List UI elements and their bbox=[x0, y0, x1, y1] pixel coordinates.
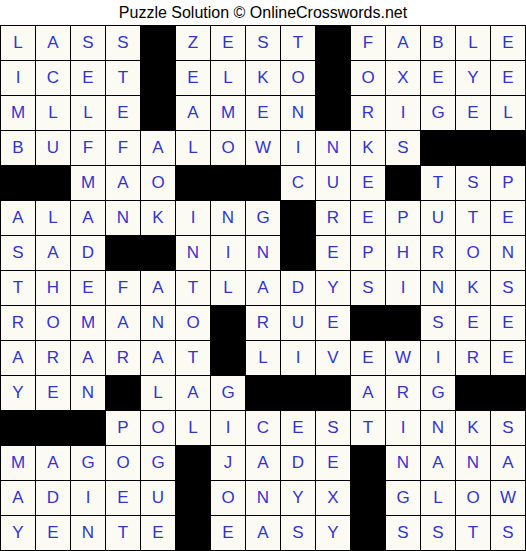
letter-cell-r15c12: S bbox=[386, 516, 420, 550]
block-cell-r12c2 bbox=[36, 411, 70, 445]
block-cell-r14c11 bbox=[351, 481, 385, 515]
letter-cell-r2c15: E bbox=[491, 61, 525, 95]
letter-cell-r8c11: S bbox=[351, 271, 385, 305]
letter-cell-r12c10: S bbox=[316, 411, 350, 445]
letter-cell-r8c12: I bbox=[386, 271, 420, 305]
letter-cell-r12c7: I bbox=[211, 411, 245, 445]
crossword-board: LASSZESTFABLEICETELKOOXEYEMLLEAMENRIGELB… bbox=[0, 25, 526, 551]
block-cell-r11c14 bbox=[456, 376, 490, 410]
letter-cell-r9c5: N bbox=[141, 306, 175, 340]
block-cell-r4c13 bbox=[421, 131, 455, 165]
block-cell-r4c14 bbox=[456, 131, 490, 165]
letter-cell-r1c14: L bbox=[456, 26, 490, 60]
letter-cell-r15c10: Y bbox=[316, 516, 350, 550]
block-cell-r5c2 bbox=[36, 166, 70, 200]
letter-cell-r4c10: N bbox=[316, 131, 350, 165]
letter-cell-r5c14: S bbox=[456, 166, 490, 200]
letter-cell-r2c3: E bbox=[71, 61, 105, 95]
letter-cell-r13c10: E bbox=[316, 446, 350, 480]
block-cell-r5c1 bbox=[1, 166, 35, 200]
letter-cell-r8c7: L bbox=[211, 271, 245, 305]
letter-cell-r1c9: T bbox=[281, 26, 315, 60]
block-cell-r10c7 bbox=[211, 341, 245, 375]
block-cell-r1c10 bbox=[316, 26, 350, 60]
letter-cell-r14c12: G bbox=[386, 481, 420, 515]
letter-cell-r8c14: K bbox=[456, 271, 490, 305]
letter-cell-r9c15: E bbox=[491, 306, 525, 340]
letter-cell-r12c8: C bbox=[246, 411, 280, 445]
letter-cell-r8c5: A bbox=[141, 271, 175, 305]
letter-cell-r14c14: O bbox=[456, 481, 490, 515]
letter-cell-r2c7: L bbox=[211, 61, 245, 95]
letter-cell-r1c12: A bbox=[386, 26, 420, 60]
letter-cell-r7c13: R bbox=[421, 236, 455, 270]
letter-cell-r1c3: S bbox=[71, 26, 105, 60]
block-cell-r12c3 bbox=[71, 411, 105, 445]
letter-cell-r7c15: N bbox=[491, 236, 525, 270]
letter-cell-r13c4: O bbox=[106, 446, 140, 480]
letter-cell-r9c9: U bbox=[281, 306, 315, 340]
letter-cell-r13c13: A bbox=[421, 446, 455, 480]
letter-cell-r6c4: N bbox=[106, 201, 140, 235]
letter-cell-r5c4: A bbox=[106, 166, 140, 200]
letter-cell-r8c3: E bbox=[71, 271, 105, 305]
letter-cell-r3c15: L bbox=[491, 96, 525, 130]
block-cell-r11c9 bbox=[281, 376, 315, 410]
letter-cell-r5c5: O bbox=[141, 166, 175, 200]
letter-cell-r11c11: A bbox=[351, 376, 385, 410]
letter-cell-r1c13: B bbox=[421, 26, 455, 60]
letter-cell-r12c5: O bbox=[141, 411, 175, 445]
letter-cell-r13c9: D bbox=[281, 446, 315, 480]
letter-cell-r15c8: A bbox=[246, 516, 280, 550]
letter-cell-r6c3: A bbox=[71, 201, 105, 235]
letter-cell-r9c4: A bbox=[106, 306, 140, 340]
letter-cell-r5c3: M bbox=[71, 166, 105, 200]
letter-cell-r3c13: G bbox=[421, 96, 455, 130]
letter-cell-r10c12: W bbox=[386, 341, 420, 375]
letter-cell-r14c2: D bbox=[36, 481, 70, 515]
block-cell-r11c8 bbox=[246, 376, 280, 410]
letter-cell-r3c8: E bbox=[246, 96, 280, 130]
letter-cell-r9c1: R bbox=[1, 306, 35, 340]
letter-cell-r6c8: G bbox=[246, 201, 280, 235]
letter-cell-r8c4: F bbox=[106, 271, 140, 305]
letter-cell-r5c13: T bbox=[421, 166, 455, 200]
letter-cell-r6c1: A bbox=[1, 201, 35, 235]
letter-cell-r15c13: S bbox=[421, 516, 455, 550]
letter-cell-r7c3: D bbox=[71, 236, 105, 270]
letter-cell-r10c15: E bbox=[491, 341, 525, 375]
letter-cell-r6c14: T bbox=[456, 201, 490, 235]
letter-cell-r1c8: S bbox=[246, 26, 280, 60]
letter-cell-r5c15: P bbox=[491, 166, 525, 200]
letter-cell-r10c8: L bbox=[246, 341, 280, 375]
block-cell-r11c10 bbox=[316, 376, 350, 410]
letter-cell-r7c1: S bbox=[1, 236, 35, 270]
letter-cell-r7c7: I bbox=[211, 236, 245, 270]
letter-cell-r4c5: A bbox=[141, 131, 175, 165]
letter-cell-r11c5: L bbox=[141, 376, 175, 410]
letter-cell-r8c10: Y bbox=[316, 271, 350, 305]
block-cell-r5c8 bbox=[246, 166, 280, 200]
letter-cell-r6c12: P bbox=[386, 201, 420, 235]
letter-cell-r10c4: R bbox=[106, 341, 140, 375]
letter-cell-r15c4: T bbox=[106, 516, 140, 550]
letter-cell-r6c10: R bbox=[316, 201, 350, 235]
letter-cell-r4c3: F bbox=[71, 131, 105, 165]
block-cell-r5c6 bbox=[176, 166, 210, 200]
letter-cell-r3c3: L bbox=[71, 96, 105, 130]
letter-cell-r3c1: M bbox=[1, 96, 35, 130]
letter-cell-r4c7: O bbox=[211, 131, 245, 165]
block-cell-r14c6 bbox=[176, 481, 210, 515]
letter-cell-r15c9: S bbox=[281, 516, 315, 550]
letter-cell-r14c1: A bbox=[1, 481, 35, 515]
letter-cell-r4c12: S bbox=[386, 131, 420, 165]
block-cell-r5c7 bbox=[211, 166, 245, 200]
letter-cell-r9c3: M bbox=[71, 306, 105, 340]
letter-cell-r1c15: E bbox=[491, 26, 525, 60]
block-cell-r1c5 bbox=[141, 26, 175, 60]
letter-cell-r13c1: M bbox=[1, 446, 35, 480]
letter-cell-r12c14: K bbox=[456, 411, 490, 445]
letter-cell-r10c11: E bbox=[351, 341, 385, 375]
letter-cell-r10c10: V bbox=[316, 341, 350, 375]
letter-cell-r15c15: S bbox=[491, 516, 525, 550]
block-cell-r2c10 bbox=[316, 61, 350, 95]
letter-cell-r4c8: W bbox=[246, 131, 280, 165]
letter-cell-r10c3: A bbox=[71, 341, 105, 375]
letter-cell-r3c9: N bbox=[281, 96, 315, 130]
letter-cell-r2c12: X bbox=[386, 61, 420, 95]
letter-cell-r3c14: E bbox=[456, 96, 490, 130]
block-cell-r7c9 bbox=[281, 236, 315, 270]
letter-cell-r7c12: H bbox=[386, 236, 420, 270]
letter-cell-r5c11: E bbox=[351, 166, 385, 200]
block-cell-r11c4 bbox=[106, 376, 140, 410]
letter-cell-r4c9: I bbox=[281, 131, 315, 165]
letter-cell-r2c2: C bbox=[36, 61, 70, 95]
letter-cell-r2c13: E bbox=[421, 61, 455, 95]
letter-cell-r1c6: Z bbox=[176, 26, 210, 60]
letter-cell-r15c1: Y bbox=[1, 516, 35, 550]
letter-cell-r2c9: O bbox=[281, 61, 315, 95]
letter-cell-r1c7: E bbox=[211, 26, 245, 60]
block-cell-r13c11 bbox=[351, 446, 385, 480]
block-cell-r15c6 bbox=[176, 516, 210, 550]
letter-cell-r14c3: I bbox=[71, 481, 105, 515]
letter-cell-r3c2: L bbox=[36, 96, 70, 130]
letter-cell-r9c13: S bbox=[421, 306, 455, 340]
letter-cell-r7c11: P bbox=[351, 236, 385, 270]
letter-cell-r13c5: G bbox=[141, 446, 175, 480]
letter-cell-r2c8: K bbox=[246, 61, 280, 95]
letter-cell-r7c6: N bbox=[176, 236, 210, 270]
letter-cell-r14c7: O bbox=[211, 481, 245, 515]
letter-cell-r2c11: O bbox=[351, 61, 385, 95]
letter-cell-r14c15: W bbox=[491, 481, 525, 515]
letter-cell-r13c15: A bbox=[491, 446, 525, 480]
block-cell-r3c5 bbox=[141, 96, 175, 130]
block-cell-r7c4 bbox=[106, 236, 140, 270]
block-cell-r2c5 bbox=[141, 61, 175, 95]
letter-cell-r8c2: H bbox=[36, 271, 70, 305]
letter-cell-r1c11: F bbox=[351, 26, 385, 60]
letter-cell-r10c1: A bbox=[1, 341, 35, 375]
letter-cell-r11c2: E bbox=[36, 376, 70, 410]
block-cell-r9c12 bbox=[386, 306, 420, 340]
letter-cell-r12c15: S bbox=[491, 411, 525, 445]
letter-cell-r13c14: N bbox=[456, 446, 490, 480]
block-cell-r6c9 bbox=[281, 201, 315, 235]
block-cell-r9c7 bbox=[211, 306, 245, 340]
block-cell-r15c11 bbox=[351, 516, 385, 550]
letter-cell-r7c8: N bbox=[246, 236, 280, 270]
letter-cell-r13c12: N bbox=[386, 446, 420, 480]
letter-cell-r6c7: N bbox=[211, 201, 245, 235]
letter-cell-r6c11: E bbox=[351, 201, 385, 235]
letter-cell-r1c4: S bbox=[106, 26, 140, 60]
letter-cell-r14c13: L bbox=[421, 481, 455, 515]
letter-cell-r5c10: U bbox=[316, 166, 350, 200]
letter-cell-r4c1: B bbox=[1, 131, 35, 165]
letter-cell-r6c6: I bbox=[176, 201, 210, 235]
letter-cell-r9c8: R bbox=[246, 306, 280, 340]
letter-cell-r3c7: M bbox=[211, 96, 245, 130]
letter-cell-r6c15: E bbox=[491, 201, 525, 235]
letter-cell-r13c3: G bbox=[71, 446, 105, 480]
letter-cell-r11c3: N bbox=[71, 376, 105, 410]
letter-cell-r15c5: E bbox=[141, 516, 175, 550]
letter-cell-r6c2: L bbox=[36, 201, 70, 235]
letter-cell-r10c14: R bbox=[456, 341, 490, 375]
letter-cell-r9c2: O bbox=[36, 306, 70, 340]
letter-cell-r3c4: E bbox=[106, 96, 140, 130]
letter-cell-r2c14: Y bbox=[456, 61, 490, 95]
block-cell-r3c10 bbox=[316, 96, 350, 130]
block-cell-r13c6 bbox=[176, 446, 210, 480]
letter-cell-r8c13: N bbox=[421, 271, 455, 305]
letter-cell-r3c6: A bbox=[176, 96, 210, 130]
letter-cell-r10c13: I bbox=[421, 341, 455, 375]
letter-cell-r10c6: T bbox=[176, 341, 210, 375]
letter-cell-r14c8: N bbox=[246, 481, 280, 515]
letter-cell-r12c9: E bbox=[281, 411, 315, 445]
letter-cell-r2c1: I bbox=[1, 61, 35, 95]
letter-cell-r6c13: U bbox=[421, 201, 455, 235]
letter-cell-r2c6: E bbox=[176, 61, 210, 95]
letter-cell-r3c12: I bbox=[386, 96, 420, 130]
letter-cell-r8c15: S bbox=[491, 271, 525, 305]
block-cell-r9c11 bbox=[351, 306, 385, 340]
letter-cell-r10c2: R bbox=[36, 341, 70, 375]
block-cell-r7c5 bbox=[141, 236, 175, 270]
letter-cell-r14c10: X bbox=[316, 481, 350, 515]
letter-cell-r12c13: N bbox=[421, 411, 455, 445]
letter-cell-r7c10: E bbox=[316, 236, 350, 270]
letter-cell-r14c5: U bbox=[141, 481, 175, 515]
letter-cell-r6c5: K bbox=[141, 201, 175, 235]
letter-cell-r7c14: O bbox=[456, 236, 490, 270]
letter-cell-r1c1: L bbox=[1, 26, 35, 60]
block-cell-r4c15 bbox=[491, 131, 525, 165]
letter-cell-r7c2: A bbox=[36, 236, 70, 270]
letter-cell-r13c7: J bbox=[211, 446, 245, 480]
letter-cell-r12c4: P bbox=[106, 411, 140, 445]
letter-cell-r10c5: A bbox=[141, 341, 175, 375]
letter-cell-r4c11: K bbox=[351, 131, 385, 165]
letter-cell-r14c4: E bbox=[106, 481, 140, 515]
letter-cell-r3c11: R bbox=[351, 96, 385, 130]
letter-cell-r11c1: Y bbox=[1, 376, 35, 410]
page-title: Puzzle Solution © OnlineCrosswords.net bbox=[0, 0, 526, 25]
letter-cell-r8c8: A bbox=[246, 271, 280, 305]
letter-cell-r8c9: D bbox=[281, 271, 315, 305]
letter-cell-r15c3: N bbox=[71, 516, 105, 550]
letter-cell-r12c6: L bbox=[176, 411, 210, 445]
letter-cell-r15c2: E bbox=[36, 516, 70, 550]
letter-cell-r12c11: T bbox=[351, 411, 385, 445]
letter-cell-r9c6: O bbox=[176, 306, 210, 340]
letter-cell-r15c7: E bbox=[211, 516, 245, 550]
letter-cell-r13c2: A bbox=[36, 446, 70, 480]
letter-cell-r11c12: R bbox=[386, 376, 420, 410]
block-cell-r11c15 bbox=[491, 376, 525, 410]
letter-cell-r5c9: C bbox=[281, 166, 315, 200]
letter-cell-r11c7: G bbox=[211, 376, 245, 410]
letter-cell-r8c1: T bbox=[1, 271, 35, 305]
letter-cell-r13c8: A bbox=[246, 446, 280, 480]
letter-cell-r15c14: T bbox=[456, 516, 490, 550]
block-cell-r5c12 bbox=[386, 166, 420, 200]
letter-cell-r2c4: T bbox=[106, 61, 140, 95]
letter-cell-r9c10: E bbox=[316, 306, 350, 340]
letter-cell-r10c9: I bbox=[281, 341, 315, 375]
letter-cell-r14c9: Y bbox=[281, 481, 315, 515]
letter-cell-r4c2: U bbox=[36, 131, 70, 165]
letter-cell-r9c14: E bbox=[456, 306, 490, 340]
letter-cell-r11c13: G bbox=[421, 376, 455, 410]
letter-cell-r4c6: L bbox=[176, 131, 210, 165]
letter-cell-r1c2: A bbox=[36, 26, 70, 60]
letter-cell-r11c6: A bbox=[176, 376, 210, 410]
letter-cell-r4c4: F bbox=[106, 131, 140, 165]
letter-cell-r8c6: T bbox=[176, 271, 210, 305]
block-cell-r12c1 bbox=[1, 411, 35, 445]
letter-cell-r12c12: I bbox=[386, 411, 420, 445]
